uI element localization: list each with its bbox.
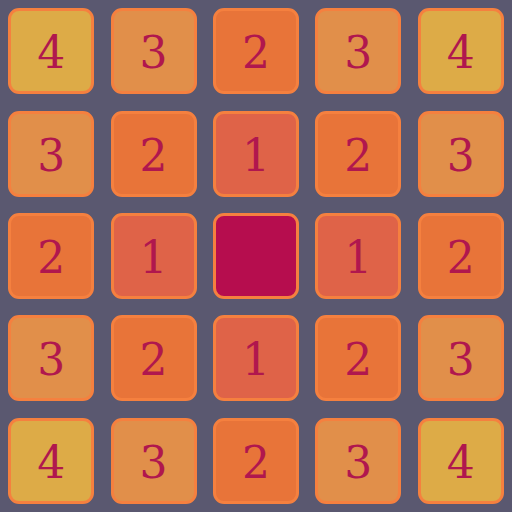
tile-r5c3[interactable]: 2 — [213, 418, 299, 504]
tile-r5c5[interactable]: 4 — [418, 418, 504, 504]
tile-number: 3 — [37, 134, 65, 178]
board: 432343212321123212343234 — [0, 0, 512, 512]
tile-number: 4 — [447, 441, 475, 485]
tile-r1c2[interactable]: 3 — [111, 8, 197, 94]
tile-number: 3 — [140, 441, 168, 485]
tile-r4c5[interactable]: 3 — [418, 315, 504, 401]
tile-number: 2 — [447, 236, 475, 280]
tile-number: 3 — [447, 134, 475, 178]
tile-r5c4[interactable]: 3 — [315, 418, 401, 504]
tile-r1c1[interactable]: 4 — [8, 8, 94, 94]
tile-r3c3[interactable] — [213, 213, 299, 299]
tile-r3c2[interactable]: 1 — [111, 213, 197, 299]
tile-r1c5[interactable]: 4 — [418, 8, 504, 94]
tile-number: 2 — [242, 441, 270, 485]
tile-r1c3[interactable]: 2 — [213, 8, 299, 94]
tile-number: 2 — [140, 134, 168, 178]
tile-r1c4[interactable]: 3 — [315, 8, 401, 94]
tile-number: 2 — [242, 31, 270, 75]
tile-r3c1[interactable]: 2 — [8, 213, 94, 299]
tile-r5c2[interactable]: 3 — [111, 418, 197, 504]
tile-number: 1 — [242, 134, 270, 178]
tile-r3c4[interactable]: 1 — [315, 213, 401, 299]
tile-number: 2 — [140, 338, 168, 382]
tile-number: 1 — [344, 236, 372, 280]
tile-number: 1 — [242, 338, 270, 382]
tile-number: 2 — [344, 338, 372, 382]
tile-r4c1[interactable]: 3 — [8, 315, 94, 401]
tile-r2c3[interactable]: 1 — [213, 111, 299, 197]
tile-number: 4 — [37, 441, 65, 485]
tile-number: 3 — [37, 338, 65, 382]
tile-r2c1[interactable]: 3 — [8, 111, 94, 197]
tile-number: 3 — [140, 31, 168, 75]
tile-number: 3 — [344, 441, 372, 485]
tile-r4c4[interactable]: 2 — [315, 315, 401, 401]
tile-r4c3[interactable]: 1 — [213, 315, 299, 401]
tile-number: 2 — [344, 134, 372, 178]
tile-number: 3 — [447, 338, 475, 382]
tile-r2c4[interactable]: 2 — [315, 111, 401, 197]
tile-number: 3 — [344, 31, 372, 75]
tile-number: 4 — [447, 31, 475, 75]
tile-r2c2[interactable]: 2 — [111, 111, 197, 197]
tile-r3c5[interactable]: 2 — [418, 213, 504, 299]
tile-r4c2[interactable]: 2 — [111, 315, 197, 401]
tile-r5c1[interactable]: 4 — [8, 418, 94, 504]
tile-number: 2 — [37, 236, 65, 280]
tile-r2c5[interactable]: 3 — [418, 111, 504, 197]
tile-number: 4 — [37, 31, 65, 75]
tile-number: 1 — [140, 236, 168, 280]
